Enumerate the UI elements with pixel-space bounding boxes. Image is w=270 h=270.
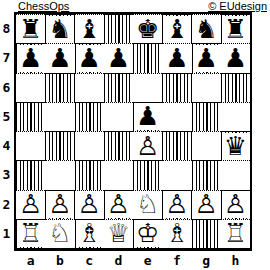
square-d7[interactable]: ♟	[104, 43, 133, 72]
square-a7[interactable]: ♟	[16, 43, 45, 72]
black-bishop: ♝	[76, 16, 103, 43]
black-pawn: ♟	[222, 45, 249, 72]
black-rook: ♜	[222, 16, 249, 43]
square-b4[interactable]	[45, 131, 74, 160]
white-pawn: ♙	[222, 191, 249, 218]
white-pawn: ♙	[76, 191, 103, 218]
square-c1[interactable]: ♗	[75, 219, 104, 248]
square-g4[interactable]	[192, 131, 221, 160]
square-e8[interactable]: ♚	[133, 14, 162, 43]
black-pawn: ♟	[105, 45, 132, 72]
file-label-b: b	[45, 253, 74, 268]
white-pawn: ♙	[163, 191, 190, 218]
square-f7[interactable]: ♟	[162, 43, 191, 72]
square-d3[interactable]	[104, 160, 133, 189]
square-h3[interactable]	[221, 160, 250, 189]
square-e4[interactable]: ♙	[133, 131, 162, 160]
square-c4[interactable]	[75, 131, 104, 160]
square-e3[interactable]	[133, 160, 162, 189]
rank-label-3: 3	[0, 167, 13, 182]
file-label-f: f	[162, 253, 191, 268]
square-c5[interactable]	[75, 102, 104, 131]
file-label-e: e	[133, 253, 162, 268]
black-pawn: ♟	[76, 45, 103, 72]
square-d5[interactable]	[104, 102, 133, 131]
file-label-h: h	[221, 253, 250, 268]
square-a1[interactable]: ♖	[16, 219, 45, 248]
square-h8[interactable]: ♜	[221, 14, 250, 43]
rank-labels: 87654321	[0, 14, 13, 248]
square-a3[interactable]	[16, 160, 45, 189]
black-knight: ♞	[46, 16, 73, 43]
file-label-g: g	[192, 253, 221, 268]
square-e7[interactable]	[133, 43, 162, 72]
square-b1[interactable]: ♘	[45, 219, 74, 248]
square-h4[interactable]: ♛	[221, 131, 250, 160]
white-rook: ♖	[17, 220, 44, 247]
square-c6[interactable]	[75, 73, 104, 102]
white-pawn: ♙	[105, 191, 132, 218]
file-label-c: c	[75, 253, 104, 268]
black-bishop: ♝	[163, 16, 190, 43]
square-h5[interactable]	[221, 102, 250, 131]
black-pawn: ♟	[134, 103, 161, 130]
white-knight: ♘	[134, 191, 161, 218]
square-g8[interactable]: ♞	[192, 14, 221, 43]
square-f4[interactable]	[162, 131, 191, 160]
square-h6[interactable]	[221, 73, 250, 102]
square-b7[interactable]: ♟	[45, 43, 74, 72]
square-f3[interactable]	[162, 160, 191, 189]
board: ♜♞♝♚♝♞♜♟♟♟♟♟♟♟♟♙♛♙♙♙♙♘♙♙♙♖♘♗♕♔♗♖	[14, 12, 252, 251]
black-rook: ♜	[17, 16, 44, 43]
white-bishop: ♗	[163, 220, 190, 247]
white-pawn: ♙	[46, 191, 73, 218]
square-c7[interactable]: ♟	[75, 43, 104, 72]
black-knight: ♞	[193, 16, 220, 43]
square-a2[interactable]: ♙	[16, 190, 45, 219]
square-h2[interactable]: ♙	[221, 190, 250, 219]
page: ChessOps © EUdesign 87654321 ♜♞♝♚♝♞♜♟♟♟♟…	[0, 0, 270, 270]
square-d2[interactable]: ♙	[104, 190, 133, 219]
square-d8[interactable]	[104, 14, 133, 43]
square-h1[interactable]: ♖	[221, 219, 250, 248]
square-b5[interactable]	[45, 102, 74, 131]
square-f6[interactable]	[162, 73, 191, 102]
square-a8[interactable]: ♜	[16, 14, 45, 43]
file-label-a: a	[16, 253, 45, 268]
file-labels: abcdefgh	[16, 253, 250, 268]
square-g1[interactable]	[192, 219, 221, 248]
square-f8[interactable]: ♝	[162, 14, 191, 43]
square-g2[interactable]: ♙	[192, 190, 221, 219]
square-d6[interactable]	[104, 73, 133, 102]
black-queen: ♛	[222, 133, 249, 160]
black-pawn: ♟	[17, 45, 44, 72]
square-a4[interactable]	[16, 131, 45, 160]
file-label-d: d	[104, 253, 133, 268]
black-pawn: ♟	[193, 45, 220, 72]
square-f2[interactable]: ♙	[162, 190, 191, 219]
rank-label-4: 4	[0, 138, 13, 153]
square-b3[interactable]	[45, 160, 74, 189]
rank-label-8: 8	[0, 21, 13, 36]
square-f1[interactable]: ♗	[162, 219, 191, 248]
white-pawn: ♙	[134, 133, 161, 160]
rank-label-5: 5	[0, 109, 13, 124]
square-f5[interactable]	[162, 102, 191, 131]
square-e1[interactable]: ♔	[133, 219, 162, 248]
square-d4[interactable]	[104, 131, 133, 160]
square-c3[interactable]	[75, 160, 104, 189]
black-pawn: ♟	[163, 45, 190, 72]
square-a6[interactable]	[16, 73, 45, 102]
square-e2[interactable]: ♘	[133, 190, 162, 219]
white-queen: ♕	[105, 220, 132, 247]
rank-label-6: 6	[0, 80, 13, 95]
app-title: ChessOps	[18, 0, 69, 12]
square-h7[interactable]: ♟	[221, 43, 250, 72]
square-b2[interactable]: ♙	[45, 190, 74, 219]
white-rook: ♖	[222, 220, 249, 247]
square-g5[interactable]	[192, 102, 221, 131]
rank-label-2: 2	[0, 197, 13, 212]
square-g3[interactable]	[192, 160, 221, 189]
white-pawn: ♙	[193, 191, 220, 218]
square-b8[interactable]: ♞	[45, 14, 74, 43]
white-knight: ♘	[46, 220, 73, 247]
square-d1[interactable]: ♕	[104, 219, 133, 248]
black-king: ♚	[134, 16, 161, 43]
square-e6[interactable]	[133, 73, 162, 102]
header: ChessOps © EUdesign	[0, 0, 270, 12]
square-g6[interactable]	[192, 73, 221, 102]
square-e5[interactable]: ♟	[133, 102, 162, 131]
square-b6[interactable]	[45, 73, 74, 102]
square-a5[interactable]	[16, 102, 45, 131]
square-g7[interactable]: ♟	[192, 43, 221, 72]
black-pawn: ♟	[46, 45, 73, 72]
white-pawn: ♙	[17, 191, 44, 218]
square-c2[interactable]: ♙	[75, 190, 104, 219]
copyright-credit: © EUdesign	[208, 0, 267, 12]
white-bishop: ♗	[76, 220, 103, 247]
square-c8[interactable]: ♝	[75, 14, 104, 43]
rank-label-1: 1	[0, 226, 13, 241]
rank-label-7: 7	[0, 50, 13, 65]
white-king: ♔	[134, 220, 161, 247]
